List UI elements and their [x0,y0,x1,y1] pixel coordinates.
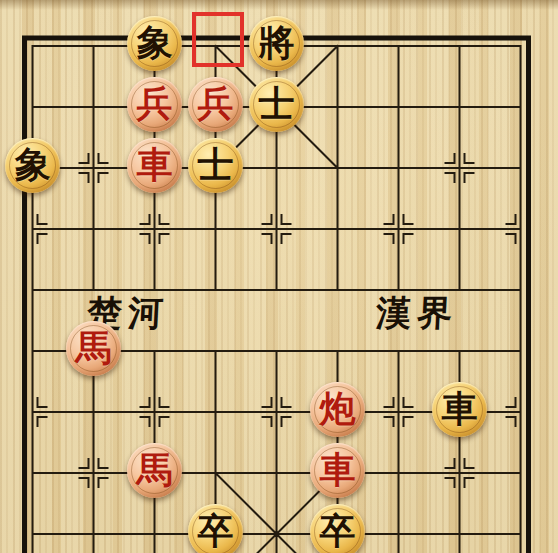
piece-black-advisor[interactable]: 士 [188,138,243,193]
red-horse-glyph: 馬 [76,330,112,366]
red-chariot-glyph: 車 [320,452,356,488]
board-grid[interactable]: 象將兵兵士象車士馬炮車馬車卒卒 [2,16,551,553]
last-move-marker [192,12,244,67]
piece-black-soldier[interactable]: 卒 [310,504,365,553]
red-cannon-glyph: 炮 [320,391,356,427]
black-general-glyph: 將 [259,25,295,61]
xiangqi-board: 楚河 漢界 象將兵兵士象車士馬炮車馬車卒卒 [0,0,558,553]
piece-black-general[interactable]: 將 [249,16,304,71]
piece-red-soldier[interactable]: 兵 [188,77,243,132]
black-chariot-glyph: 車 [442,391,478,427]
black-elephant-glyph: 象 [137,25,173,61]
piece-red-horse[interactable]: 馬 [66,321,121,376]
piece-black-elephant[interactable]: 象 [5,138,60,193]
piece-black-elephant[interactable]: 象 [127,16,182,71]
black-soldier-glyph: 卒 [320,513,356,549]
black-advisor-glyph: 士 [259,86,295,122]
piece-black-chariot[interactable]: 車 [432,382,487,437]
piece-black-advisor[interactable]: 士 [249,77,304,132]
piece-red-chariot[interactable]: 車 [310,443,365,498]
piece-black-soldier[interactable]: 卒 [188,504,243,553]
black-soldier-glyph: 卒 [198,513,234,549]
black-elephant-glyph: 象 [15,147,51,183]
piece-red-soldier[interactable]: 兵 [127,77,182,132]
red-chariot-glyph: 車 [137,147,173,183]
red-soldier-glyph: 兵 [137,86,173,122]
piece-red-cannon[interactable]: 炮 [310,382,365,437]
red-soldier-glyph: 兵 [198,86,234,122]
black-advisor-glyph: 士 [198,147,234,183]
piece-red-horse[interactable]: 馬 [127,443,182,498]
piece-red-chariot[interactable]: 車 [127,138,182,193]
red-horse-glyph: 馬 [137,452,173,488]
